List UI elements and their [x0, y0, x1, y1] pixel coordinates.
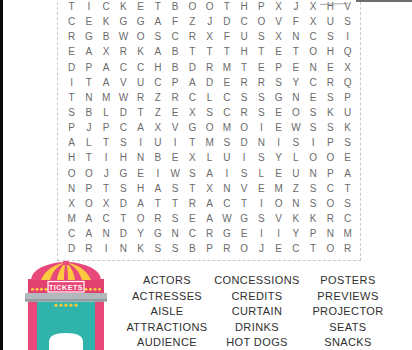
- grid-cell-r9c14[interactable]: W: [287, 120, 304, 135]
- grid-cell-r11c8[interactable]: X: [184, 150, 201, 165]
- grid-cell-r8c15[interactable]: S: [305, 105, 322, 120]
- booth-pillar-right: [95, 302, 104, 350]
- grid-cell-r17c8[interactable]: B: [184, 241, 201, 256]
- grid-cell-r7c4[interactable]: W: [115, 90, 132, 105]
- grid-cell-r6c14[interactable]: Y: [287, 75, 304, 90]
- grid-cell-r3c4[interactable]: W: [115, 29, 132, 44]
- grid-cell-r10c2[interactable]: L: [80, 135, 97, 150]
- grid-cell-r11c16[interactable]: O: [322, 150, 339, 165]
- grid-cell-r4c2[interactable]: A: [80, 44, 97, 59]
- grid-cell-r16c17[interactable]: M: [339, 226, 356, 241]
- grid-cell-r14c13[interactable]: O: [270, 196, 287, 211]
- grid-cell-r8c14[interactable]: O: [287, 105, 304, 120]
- booth-pillar-left: [28, 302, 37, 350]
- grid-cell-r2c3[interactable]: K: [98, 14, 115, 29]
- grid-cell-r8c3[interactable]: L: [98, 105, 115, 120]
- grid-cell-r10c4[interactable]: S: [115, 135, 132, 150]
- grid-cell-r12c1[interactable]: O: [63, 166, 80, 181]
- grid-cell-r7c15[interactable]: E: [305, 90, 322, 105]
- grid-cell-r9c1[interactable]: P: [63, 120, 80, 135]
- grid-cell-r5c7[interactable]: B: [167, 60, 184, 75]
- grid-cell-r2c5[interactable]: G: [132, 14, 149, 29]
- grid-cell-r6c6[interactable]: C: [149, 75, 166, 90]
- grid-cell-r4c4[interactable]: R: [115, 44, 132, 59]
- grid-cell-r17c9[interactable]: P: [201, 241, 218, 256]
- grid-cell-r10c5[interactable]: I: [132, 135, 149, 150]
- grid-cell-r10c1[interactable]: A: [63, 135, 80, 150]
- grid-cell-r10c3[interactable]: T: [98, 135, 115, 150]
- grid-cell-r5c15[interactable]: N: [305, 60, 322, 75]
- grid-cell-r14c12[interactable]: I: [253, 196, 270, 211]
- grid-cell-r6c13[interactable]: S: [270, 75, 287, 90]
- grid-cell-r6c11[interactable]: R: [236, 75, 253, 90]
- grid-cell-r2c14[interactable]: F: [287, 14, 304, 29]
- grid-cell-r13c7[interactable]: S: [167, 181, 184, 196]
- grid-cell-r12c12[interactable]: L: [253, 166, 270, 181]
- grid-cell-r11c15[interactable]: O: [305, 150, 322, 165]
- word-item: POSTERS: [283, 273, 412, 289]
- grid-cell-r1c13[interactable]: X: [270, 0, 287, 14]
- grid-cell-r9c7[interactable]: V: [167, 120, 184, 135]
- grid-cell-r3c13[interactable]: X: [270, 29, 287, 44]
- grid-cell-r5c10[interactable]: M: [218, 60, 235, 75]
- grid-cell-r8c2[interactable]: B: [80, 105, 97, 120]
- grid-cell-r8c4[interactable]: D: [115, 105, 132, 120]
- grid-cell-r14c8[interactable]: R: [184, 196, 201, 211]
- grid-cell-r13c2[interactable]: P: [80, 181, 97, 196]
- grid-cell-r13c11[interactable]: V: [236, 181, 253, 196]
- grid-cell-r17c17[interactable]: R: [339, 241, 356, 256]
- grid-cell-r6c9[interactable]: D: [201, 75, 218, 90]
- grid-cell-r16c13[interactable]: I: [270, 226, 287, 241]
- grid-cell-r13c14[interactable]: Z: [287, 181, 304, 196]
- grid-cell-r10c11[interactable]: D: [236, 135, 253, 150]
- grid-cell-r16c10[interactable]: G: [218, 226, 235, 241]
- grid-cell-r8c7[interactable]: E: [167, 105, 184, 120]
- grid-cell-r10c15[interactable]: I: [305, 135, 322, 150]
- grid-cell-r1c7[interactable]: B: [167, 0, 184, 14]
- grid-cell-r8c10[interactable]: C: [218, 105, 235, 120]
- grid-cell-r10c9[interactable]: M: [201, 135, 218, 150]
- grid-cell-r17c14[interactable]: C: [287, 241, 304, 256]
- grid-cell-r3c12[interactable]: S: [253, 29, 270, 44]
- grid-cell-r3c17[interactable]: I: [339, 29, 356, 44]
- grid-cell-r12c14[interactable]: U: [287, 166, 304, 181]
- grid-cell-r4c6[interactable]: A: [149, 44, 166, 59]
- grid-cell-r1c10[interactable]: T: [218, 0, 235, 14]
- grid-cell-r16c15[interactable]: P: [305, 226, 322, 241]
- grid-cell-r5c17[interactable]: X: [339, 60, 356, 75]
- grid-cell-r4c13[interactable]: E: [270, 44, 287, 59]
- grid-cell-r10c6[interactable]: U: [149, 135, 166, 150]
- grid-cell-r16c12[interactable]: I: [253, 226, 270, 241]
- grid-cell-r10c7[interactable]: I: [167, 135, 184, 150]
- grid-cell-r3c2[interactable]: G: [80, 29, 97, 44]
- grid-cell-r14c2[interactable]: O: [80, 196, 97, 211]
- grid-cell-r17c7[interactable]: S: [167, 241, 184, 256]
- grid-cell-r16c3[interactable]: N: [98, 226, 115, 241]
- grid-cell-r3c5[interactable]: O: [132, 29, 149, 44]
- grid-cell-r9c13[interactable]: E: [270, 120, 287, 135]
- grid-cell-r7c6[interactable]: Z: [149, 90, 166, 105]
- grid-cell-r2c12[interactable]: O: [253, 14, 270, 29]
- grid-cell-r2c8[interactable]: Z: [184, 14, 201, 29]
- grid-cell-r3c16[interactable]: S: [322, 29, 339, 44]
- grid-cell-r6c1[interactable]: I: [63, 75, 80, 90]
- grid-cell-r4c14[interactable]: T: [287, 44, 304, 59]
- grid-cell-r11c14[interactable]: L: [287, 150, 304, 165]
- grid-cell-r11c17[interactable]: E: [339, 150, 356, 165]
- grid-cell-r5c4[interactable]: C: [115, 60, 132, 75]
- grid-cell-r15c10[interactable]: W: [218, 211, 235, 226]
- grid-cell-r6c7[interactable]: P: [167, 75, 184, 90]
- grid-cell-r16c1[interactable]: C: [63, 226, 80, 241]
- grid-cell-r6c8[interactable]: A: [184, 75, 201, 90]
- grid-cell-r11c3[interactable]: I: [98, 150, 115, 165]
- grid-cell-r11c9[interactable]: L: [201, 150, 218, 165]
- grid-cell-r12c7[interactable]: W: [167, 166, 184, 181]
- grid-cell-r16c7[interactable]: N: [167, 226, 184, 241]
- grid-cell-r3c15[interactable]: C: [305, 29, 322, 44]
- grid-cell-r2c15[interactable]: X: [305, 14, 322, 29]
- grid-cell-r9c8[interactable]: G: [184, 120, 201, 135]
- grid-cell-r17c13[interactable]: E: [270, 241, 287, 256]
- booth-arch-window: [49, 333, 83, 350]
- grid-cell-r5c3[interactable]: A: [98, 60, 115, 75]
- grid-cell-r12c9[interactable]: A: [201, 166, 218, 181]
- grid-cell-r4c11[interactable]: H: [236, 44, 253, 59]
- grid-cell-r3c9[interactable]: X: [201, 29, 218, 44]
- grid-cell-r10c16[interactable]: P: [322, 135, 339, 150]
- grid-cell-r9c17[interactable]: K: [339, 120, 356, 135]
- grid-cell-r15c17[interactable]: C: [339, 211, 356, 226]
- grid-cell-r7c9[interactable]: L: [201, 90, 218, 105]
- grid-cell-r12c15[interactable]: N: [305, 166, 322, 181]
- grid-cell-r5c8[interactable]: D: [184, 60, 201, 75]
- grid-cell-r4c15[interactable]: O: [305, 44, 322, 59]
- grid-cell-r14c10[interactable]: C: [218, 196, 235, 211]
- grid-cell-r3c3[interactable]: B: [98, 29, 115, 44]
- grid-cell-r12c17[interactable]: A: [339, 166, 356, 181]
- grid-cell-r8c8[interactable]: X: [184, 105, 201, 120]
- grid-cell-r15c13[interactable]: V: [270, 211, 287, 226]
- grid-cell-r15c12[interactable]: S: [253, 211, 270, 226]
- grid-cell-r15c3[interactable]: C: [98, 211, 115, 226]
- grid-cell-r5c12[interactable]: E: [253, 60, 270, 75]
- word-item: PROJECTOR: [283, 304, 412, 320]
- grid-cell-r5c11[interactable]: T: [236, 60, 253, 75]
- grid-cell-r14c7[interactable]: T: [167, 196, 184, 211]
- wordsearch-grid: TICKETBOOTHPXJXHVCEKGGAFZJDCOVFXUSRGBWOS…: [63, 0, 356, 256]
- grid-cell-r8c1[interactable]: S: [63, 105, 80, 120]
- grid-cell-r2c2[interactable]: E: [80, 14, 97, 29]
- grid-cell-r11c7[interactable]: E: [167, 150, 184, 165]
- grid-cell-r7c13[interactable]: G: [270, 90, 287, 105]
- grid-cell-r13c5[interactable]: H: [132, 181, 149, 196]
- grid-cell-r17c12[interactable]: J: [253, 241, 270, 256]
- grid-cell-r7c11[interactable]: S: [236, 90, 253, 105]
- grid-cell-r3c6[interactable]: S: [149, 29, 166, 44]
- booth-roof-edge: [25, 293, 107, 299]
- grid-cell-r14c6[interactable]: T: [149, 196, 166, 211]
- grid-cell-r10c13[interactable]: I: [270, 135, 287, 150]
- grid-cell-r17c3[interactable]: I: [98, 241, 115, 256]
- grid-cell-r15c8[interactable]: E: [184, 211, 201, 226]
- grid-cell-r13c13[interactable]: M: [270, 181, 287, 196]
- grid-cell-r2c16[interactable]: U: [322, 14, 339, 29]
- grid-cell-r8c12[interactable]: S: [253, 105, 270, 120]
- grid-cell-r15c16[interactable]: R: [322, 211, 339, 226]
- grid-cell-r8c16[interactable]: K: [322, 105, 339, 120]
- grid-cell-r7c14[interactable]: N: [287, 90, 304, 105]
- grid-cell-r14c3[interactable]: X: [98, 196, 115, 211]
- grid-cell-r1c1[interactable]: T: [63, 0, 80, 14]
- grid-cell-r7c12[interactable]: S: [253, 90, 270, 105]
- grid-cell-r5c2[interactable]: P: [80, 60, 97, 75]
- grid-cell-r12c16[interactable]: P: [322, 166, 339, 181]
- grid-cell-r12c10[interactable]: I: [218, 166, 235, 181]
- grid-cell-r17c2[interactable]: R: [80, 241, 97, 256]
- grid-cell-r14c1[interactable]: X: [63, 196, 80, 211]
- grid-cell-r13c12[interactable]: E: [253, 181, 270, 196]
- grid-cell-r12c5[interactable]: E: [132, 166, 149, 181]
- grid-cell-r15c15[interactable]: K: [305, 211, 322, 226]
- grid-cell-r4c7[interactable]: B: [167, 44, 184, 59]
- grid-cell-r7c1[interactable]: T: [63, 90, 80, 105]
- grid-cell-r9c15[interactable]: S: [305, 120, 322, 135]
- grid-cell-r1c8[interactable]: O: [184, 0, 201, 14]
- grid-cell-r1c14[interactable]: J: [287, 0, 304, 14]
- grid-cell-r13c3[interactable]: T: [98, 181, 115, 196]
- grid-cell-r6c2[interactable]: T: [80, 75, 97, 90]
- grid-cell-r5c6[interactable]: H: [149, 60, 166, 75]
- grid-cell-r15c5[interactable]: O: [132, 211, 149, 226]
- grid-cell-r16c2[interactable]: A: [80, 226, 97, 241]
- grid-cell-r12c3[interactable]: J: [98, 166, 115, 181]
- grid-cell-r1c9[interactable]: O: [201, 0, 218, 14]
- grid-cell-r13c8[interactable]: T: [184, 181, 201, 196]
- grid-cell-r9c9[interactable]: O: [201, 120, 218, 135]
- grid-cell-r14c5[interactable]: A: [132, 196, 149, 211]
- grid-cell-r7c17[interactable]: P: [339, 90, 356, 105]
- grid-cell-r6c15[interactable]: C: [305, 75, 322, 90]
- grid-cell-r7c2[interactable]: N: [80, 90, 97, 105]
- grid-cell-r9c6[interactable]: X: [149, 120, 166, 135]
- grid-cell-r16c11[interactable]: E: [236, 226, 253, 241]
- grid-cell-r1c11[interactable]: H: [236, 0, 253, 14]
- grid-cell-r9c5[interactable]: A: [132, 120, 149, 135]
- grid-cell-r12c4[interactable]: G: [115, 166, 132, 181]
- grid-cell-r17c5[interactable]: K: [132, 241, 149, 256]
- grid-cell-r14c4[interactable]: D: [115, 196, 132, 211]
- grid-cell-r2c9[interactable]: J: [201, 14, 218, 29]
- word-list-column-3: POSTERSPREVIEWSPROJECTORSEATSSNACKS: [283, 273, 412, 350]
- grid-cell-r9c2[interactable]: J: [80, 120, 97, 135]
- grid-cell-r12c13[interactable]: E: [270, 166, 287, 181]
- grid-cell-r15c9[interactable]: A: [201, 211, 218, 226]
- grid-cell-r1c5[interactable]: E: [132, 0, 149, 14]
- grid-cell-r8c5[interactable]: T: [132, 105, 149, 120]
- grid-cell-r17c1[interactable]: D: [63, 241, 80, 256]
- booth-dome-cap: [63, 261, 70, 266]
- grid-cell-r9c4[interactable]: C: [115, 120, 132, 135]
- grid-cell-r16c4[interactable]: D: [115, 226, 132, 241]
- grid-cell-r17c16[interactable]: O: [322, 241, 339, 256]
- grid-cell-r2c17[interactable]: S: [339, 14, 356, 29]
- grid-cell-r15c4[interactable]: T: [115, 211, 132, 226]
- grid-cell-r5c14[interactable]: E: [287, 60, 304, 75]
- grid-cell-r14c15[interactable]: S: [305, 196, 322, 211]
- grid-cell-r12c2[interactable]: O: [80, 166, 97, 181]
- word-item: SNACKS: [283, 335, 412, 350]
- grid-cell-r16c8[interactable]: C: [184, 226, 201, 241]
- grid-cell-r3c8[interactable]: R: [184, 29, 201, 44]
- grid-cell-r4c12[interactable]: T: [253, 44, 270, 59]
- grid-cell-r1c16[interactable]: H: [322, 0, 339, 14]
- grid-cell-r9c16[interactable]: S: [322, 120, 339, 135]
- grid-cell-r5c9[interactable]: R: [201, 60, 218, 75]
- grid-cell-r4c10[interactable]: T: [218, 44, 235, 59]
- grid-cell-r3c11[interactable]: U: [236, 29, 253, 44]
- grid-cell-r15c2[interactable]: A: [80, 211, 97, 226]
- grid-cell-r8c6[interactable]: Z: [149, 105, 166, 120]
- grid-cell-r6c17[interactable]: Q: [339, 75, 356, 90]
- grid-cell-r9c10[interactable]: M: [218, 120, 235, 135]
- grid-cell-r3c1[interactable]: R: [63, 29, 80, 44]
- grid-cell-r3c10[interactable]: F: [218, 29, 235, 44]
- grid-cell-r3c7[interactable]: C: [167, 29, 184, 44]
- grid-cell-r7c3[interactable]: M: [98, 90, 115, 105]
- grid-cell-r1c15[interactable]: X: [305, 0, 322, 14]
- grid-cell-r13c4[interactable]: S: [115, 181, 132, 196]
- grid-cell-r2c7[interactable]: F: [167, 14, 184, 29]
- grid-cell-r1c3[interactable]: C: [98, 0, 115, 14]
- grid-cell-r15c11[interactable]: G: [236, 211, 253, 226]
- grid-cell-r6c16[interactable]: R: [322, 75, 339, 90]
- grid-cell-r16c16[interactable]: N: [322, 226, 339, 241]
- grid-cell-r10c12[interactable]: N: [253, 135, 270, 150]
- grid-cell-r2c11[interactable]: C: [236, 14, 253, 29]
- booth-roof-edge-shadow: [25, 299, 107, 302]
- grid-cell-r7c10[interactable]: C: [218, 90, 235, 105]
- grid-cell-r15c6[interactable]: R: [149, 211, 166, 226]
- grid-cell-r11c11[interactable]: I: [236, 150, 253, 165]
- grid-cell-r13c10[interactable]: N: [218, 181, 235, 196]
- grid-cell-r2c13[interactable]: V: [270, 14, 287, 29]
- grid-cell-r12c6[interactable]: I: [149, 166, 166, 181]
- grid-cell-r6c10[interactable]: E: [218, 75, 235, 90]
- grid-cell-r13c6[interactable]: A: [149, 181, 166, 196]
- grid-cell-r16c9[interactable]: R: [201, 226, 218, 241]
- grid-cell-r13c16[interactable]: C: [322, 181, 339, 196]
- grid-cell-r10c8[interactable]: T: [184, 135, 201, 150]
- grid-cell-r1c2[interactable]: I: [80, 0, 97, 14]
- grid-cell-r11c10[interactable]: U: [218, 150, 235, 165]
- grid-cell-r11c12[interactable]: S: [253, 150, 270, 165]
- grid-cell-r13c17[interactable]: T: [339, 181, 356, 196]
- grid-cell-r6c4[interactable]: V: [115, 75, 132, 90]
- grid-cell-r12c8[interactable]: S: [184, 166, 201, 181]
- grid-cell-r13c1[interactable]: N: [63, 181, 80, 196]
- grid-cell-r2c6[interactable]: A: [149, 14, 166, 29]
- grid-cell-r5c16[interactable]: E: [322, 60, 339, 75]
- grid-cell-r15c1[interactable]: M: [63, 211, 80, 226]
- grid-cell-r17c6[interactable]: S: [149, 241, 166, 256]
- grid-cell-r7c7[interactable]: R: [167, 90, 184, 105]
- grid-cell-r2c4[interactable]: G: [115, 14, 132, 29]
- grid-cell-r6c5[interactable]: U: [132, 75, 149, 90]
- grid-cell-r4c16[interactable]: H: [322, 44, 339, 59]
- grid-cell-r1c4[interactable]: K: [115, 0, 132, 14]
- grid-cell-r10c17[interactable]: S: [339, 135, 356, 150]
- grid-cell-r9c12[interactable]: I: [253, 120, 270, 135]
- grid-cell-r4c3[interactable]: X: [98, 44, 115, 59]
- grid-cell-r7c8[interactable]: C: [184, 90, 201, 105]
- grid-cell-r16c14[interactable]: Y: [287, 226, 304, 241]
- grid-cell-r14c16[interactable]: O: [322, 196, 339, 211]
- grid-cell-r1c6[interactable]: T: [149, 0, 166, 14]
- grid-cell-r15c14[interactable]: K: [287, 211, 304, 226]
- grid-cell-r8c13[interactable]: E: [270, 105, 287, 120]
- grid-cell-r14c11[interactable]: T: [236, 196, 253, 211]
- grid-cell-r17c10[interactable]: R: [218, 241, 235, 256]
- grid-cell-r10c14[interactable]: S: [287, 135, 304, 150]
- grid-cell-r9c3[interactable]: P: [98, 120, 115, 135]
- grid-cell-r5c13[interactable]: P: [270, 60, 287, 75]
- grid-cell-r11c4[interactable]: H: [115, 150, 132, 165]
- grid-cell-r4c9[interactable]: T: [201, 44, 218, 59]
- grid-cell-r16c5[interactable]: Y: [132, 226, 149, 241]
- grid-cell-r11c2[interactable]: T: [80, 150, 97, 165]
- grid-cell-r9c11[interactable]: O: [236, 120, 253, 135]
- grid-cell-r14c17[interactable]: S: [339, 196, 356, 211]
- grid-cell-r4c17[interactable]: Q: [339, 44, 356, 59]
- grid-cell-r1c12[interactable]: P: [253, 0, 270, 14]
- grid-cell-r11c5[interactable]: N: [132, 150, 149, 165]
- grid-cell-r4c1[interactable]: E: [63, 44, 80, 59]
- grid-cell-r2c1[interactable]: C: [63, 14, 80, 29]
- grid-cell-r2c10[interactable]: D: [218, 14, 235, 29]
- grid-cell-r8c9[interactable]: S: [201, 105, 218, 120]
- grid-cell-r14c14[interactable]: N: [287, 196, 304, 211]
- grid-cell-r17c11[interactable]: O: [236, 241, 253, 256]
- grid-cell-r10c10[interactable]: S: [218, 135, 235, 150]
- grid-cell-r12c11[interactable]: S: [236, 166, 253, 181]
- grid-cell-r11c13[interactable]: Y: [270, 150, 287, 165]
- grid-cell-r14c9[interactable]: A: [201, 196, 218, 211]
- grid-cell-r7c5[interactable]: R: [132, 90, 149, 105]
- grid-cell-r15c7[interactable]: S: [167, 211, 184, 226]
- grid-cell-r16c6[interactable]: G: [149, 226, 166, 241]
- grid-cell-r17c15[interactable]: T: [305, 241, 322, 256]
- grid-cell-r6c12[interactable]: R: [253, 75, 270, 90]
- grid-cell-r17c4[interactable]: N: [115, 241, 132, 256]
- grid-cell-r8c17[interactable]: U: [339, 105, 356, 120]
- grid-cell-r7c16[interactable]: S: [322, 90, 339, 105]
- grid-cell-r5c1[interactable]: D: [63, 60, 80, 75]
- grid-cell-r4c5[interactable]: K: [132, 44, 149, 59]
- grid-cell-r6c3[interactable]: A: [98, 75, 115, 90]
- grid-cell-r11c1[interactable]: H: [63, 150, 80, 165]
- grid-cell-r11c6[interactable]: B: [149, 150, 166, 165]
- grid-cell-r13c15[interactable]: S: [305, 181, 322, 196]
- grid-cell-r3c14[interactable]: N: [287, 29, 304, 44]
- grid-cell-r4c8[interactable]: T: [184, 44, 201, 59]
- grid-cell-r5c5[interactable]: C: [132, 60, 149, 75]
- grid-cell-r8c11[interactable]: R: [236, 105, 253, 120]
- word-item: SEATS: [283, 320, 412, 336]
- grid-cell-r13c9[interactable]: X: [201, 181, 218, 196]
